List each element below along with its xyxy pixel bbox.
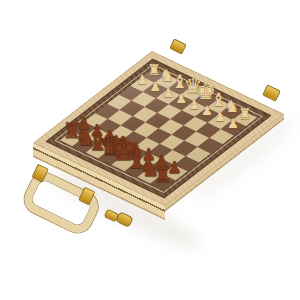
- white-pawn[interactable]: ♟: [162, 87, 174, 100]
- product-photo-scene: ♜♞♝♛♚♝♞♜♟♟♟♟♟♟♟♟♟♟♟♟♟♟♟♟♜♞♝♛♚♝♞♜: [0, 0, 300, 300]
- black-rook[interactable]: ♜: [154, 164, 173, 185]
- white-pawn[interactable]: ♟: [188, 99, 200, 112]
- white-pawn[interactable]: ♟: [227, 118, 239, 131]
- white-pawn[interactable]: ♟: [201, 105, 213, 118]
- white-pawn[interactable]: ♟: [175, 93, 187, 106]
- white-pawn[interactable]: ♟: [137, 75, 149, 88]
- white-pawn[interactable]: ♟: [214, 112, 226, 125]
- white-pawn[interactable]: ♟: [150, 81, 162, 94]
- pieces-layer: ♜♞♝♛♚♝♞♜♟♟♟♟♟♟♟♟♟♟♟♟♟♟♟♟♜♞♝♛♚♝♞♜: [0, 0, 300, 300]
- white-rook[interactable]: ♜: [238, 106, 252, 121]
